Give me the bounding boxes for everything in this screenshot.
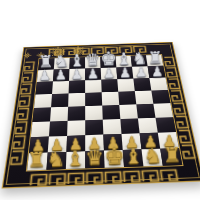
- square-b5[interactable]: [51, 93, 69, 107]
- board-tilt-wrapper: ♜♞♝♛♚♝♞♜♟♟♟♟♟♟♟♟♟♟♟♟♟♟♟♟♜♞♝♛♚♝♞♜: [0, 0, 200, 200]
- square-d5[interactable]: [85, 92, 102, 106]
- square-b3[interactable]: [49, 121, 68, 137]
- product-photo-scene: ♜♞♝♛♚♝♞♜♟♟♟♟♟♟♟♟♟♟♟♟♟♟♟♟♜♞♝♛♚♝♞♜: [0, 0, 200, 200]
- square-c6[interactable]: [69, 80, 86, 93]
- square-a4[interactable]: [32, 107, 51, 122]
- square-g4[interactable]: [136, 104, 155, 119]
- square-f1[interactable]: ♝: [123, 149, 144, 167]
- square-f3[interactable]: [120, 118, 139, 134]
- chess-board: ♜♞♝♛♚♝♞♜♟♟♟♟♟♟♟♟♟♟♟♟♟♟♟♟♜♞♝♛♚♝♞♜: [2, 42, 200, 189]
- square-c5[interactable]: [68, 93, 85, 107]
- square-a7[interactable]: ♟: [37, 70, 54, 82]
- meander-border-bottom-icon: [29, 168, 180, 186]
- square-d7[interactable]: ♟: [85, 68, 101, 80]
- square-g3[interactable]: [138, 118, 158, 134]
- square-e7[interactable]: ♟: [101, 67, 118, 79]
- white-rook[interactable]: ♜: [162, 144, 182, 165]
- square-c4[interactable]: [68, 106, 86, 121]
- square-h7[interactable]: ♟: [148, 66, 166, 78]
- black-pawn[interactable]: ♟: [133, 65, 150, 79]
- square-c7[interactable]: ♟: [69, 68, 85, 80]
- white-bishop[interactable]: ♝: [123, 146, 143, 167]
- square-a1[interactable]: ♜: [27, 153, 48, 171]
- white-rook[interactable]: ♜: [26, 149, 46, 170]
- square-h4[interactable]: [153, 103, 173, 118]
- square-d3[interactable]: [85, 120, 103, 136]
- black-pawn[interactable]: ♟: [101, 66, 118, 80]
- white-knight[interactable]: ♞: [46, 149, 66, 170]
- square-c1[interactable]: ♝: [66, 151, 85, 169]
- square-d6[interactable]: [85, 80, 102, 93]
- square-a6[interactable]: [35, 81, 52, 94]
- square-h3[interactable]: [155, 117, 175, 133]
- black-pawn[interactable]: ♟: [149, 64, 166, 78]
- board-perspective-wrapper: ♜♞♝♛♚♝♞♜♟♟♟♟♟♟♟♟♟♟♟♟♟♟♟♟♜♞♝♛♚♝♞♜: [2, 42, 200, 189]
- board-grid: ♜♞♝♛♚♝♞♜♟♟♟♟♟♟♟♟♟♟♟♟♟♟♟♟♜♞♝♛♚♝♞♜: [26, 54, 184, 172]
- square-e1[interactable]: ♚: [104, 150, 124, 168]
- rosette-icon: [23, 52, 33, 59]
- square-h5[interactable]: [151, 90, 170, 104]
- square-b1[interactable]: ♞: [46, 152, 66, 170]
- square-f6[interactable]: [117, 79, 135, 92]
- square-b7[interactable]: ♟: [53, 69, 70, 81]
- square-b4[interactable]: [50, 107, 68, 122]
- white-bishop[interactable]: ♝: [65, 148, 85, 169]
- square-f4[interactable]: [119, 104, 138, 119]
- square-g5[interactable]: [135, 91, 154, 105]
- square-e5[interactable]: [102, 92, 120, 106]
- black-pawn[interactable]: ♟: [117, 65, 134, 79]
- square-e4[interactable]: [102, 105, 120, 120]
- white-knight[interactable]: ♞: [143, 145, 163, 166]
- square-f7[interactable]: ♟: [116, 67, 133, 79]
- square-d1[interactable]: ♛: [85, 151, 104, 169]
- square-g7[interactable]: ♟: [132, 66, 149, 78]
- square-f5[interactable]: [118, 91, 136, 105]
- black-pawn[interactable]: ♟: [85, 67, 102, 81]
- black-pawn[interactable]: ♟: [69, 67, 86, 81]
- white-queen[interactable]: ♛: [85, 147, 105, 168]
- square-e6[interactable]: [101, 79, 118, 92]
- square-a5[interactable]: [34, 94, 52, 108]
- square-h1[interactable]: ♜: [160, 148, 182, 166]
- square-d4[interactable]: [85, 106, 103, 121]
- square-a3[interactable]: [31, 121, 50, 137]
- square-e3[interactable]: [103, 119, 122, 135]
- square-c3[interactable]: [67, 120, 85, 136]
- black-pawn[interactable]: ♟: [52, 68, 69, 82]
- square-g6[interactable]: [133, 78, 151, 91]
- square-b6[interactable]: [52, 81, 69, 94]
- black-pawn[interactable]: ♟: [36, 68, 53, 82]
- square-g1[interactable]: ♞: [141, 149, 162, 167]
- white-king[interactable]: ♚: [104, 144, 124, 167]
- square-h6[interactable]: [149, 78, 167, 91]
